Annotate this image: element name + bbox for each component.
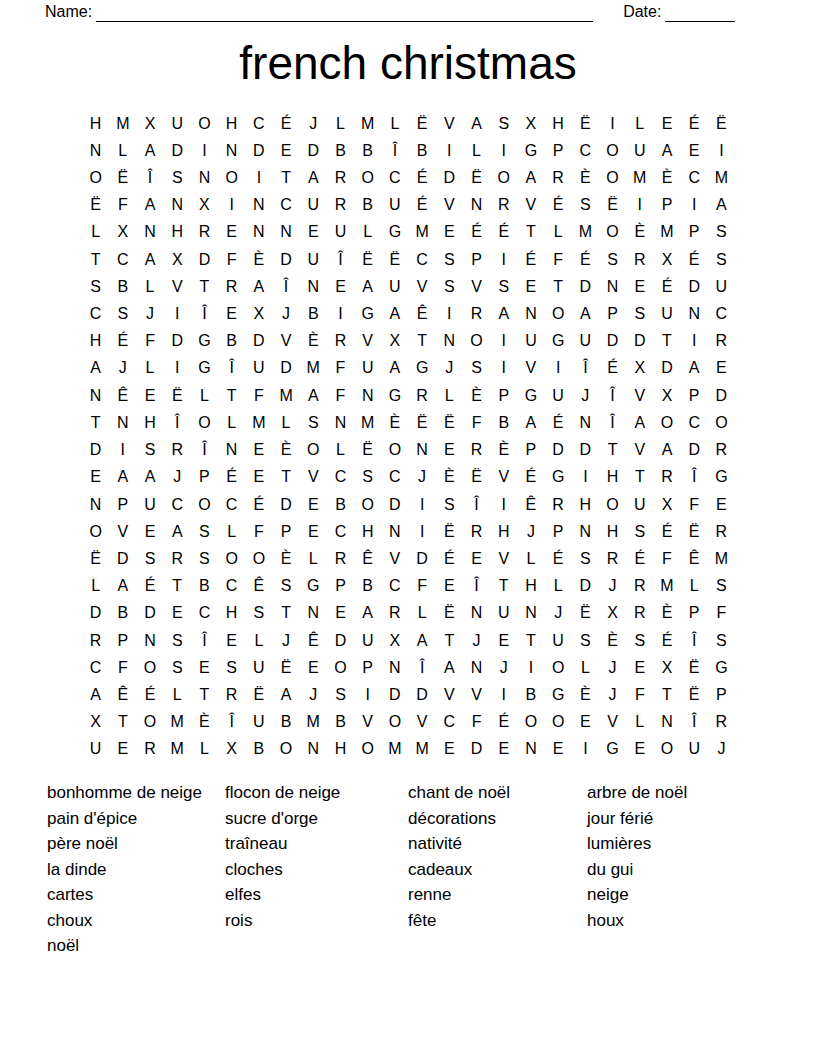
grid-cell: I <box>490 328 517 355</box>
grid-cell: N <box>164 192 191 219</box>
grid-cell: R <box>327 328 354 355</box>
grid-cell: É <box>517 246 544 273</box>
grid-cell: É <box>653 518 680 545</box>
grid-cell: D <box>463 736 490 763</box>
grid-cell: R <box>545 164 572 191</box>
grid-cell: Ê <box>409 300 436 327</box>
grid-cell: E <box>436 437 463 464</box>
grid-cell: L <box>327 437 354 464</box>
grid-cell: Î <box>681 709 708 736</box>
grid-cell: Ë <box>708 110 735 137</box>
grid-cell: O <box>191 409 218 436</box>
grid-cell: V <box>490 464 517 491</box>
grid-cell: S <box>136 545 163 572</box>
grid-cell: C <box>218 573 245 600</box>
grid-cell: È <box>626 219 653 246</box>
grid-cell: U <box>354 355 381 382</box>
grid-cell: D <box>681 273 708 300</box>
grid-cell: G <box>409 355 436 382</box>
grid-cell: S <box>436 246 463 273</box>
word-item: choux <box>47 908 225 934</box>
grid-cell: L <box>164 681 191 708</box>
grid-cell: O <box>191 491 218 518</box>
grid-cell: A <box>517 409 544 436</box>
grid-cell: M <box>164 736 191 763</box>
grid-cell: A <box>409 627 436 654</box>
grid-cell: I <box>599 110 626 137</box>
grid-cell: X <box>381 328 408 355</box>
grid-cell: Î <box>599 409 626 436</box>
grid-cell: L <box>218 409 245 436</box>
grid-cell: Î <box>681 627 708 654</box>
grid-cell: J <box>136 300 163 327</box>
grid-cell: E <box>300 654 327 681</box>
grid-cell: I <box>681 328 708 355</box>
grid-cell: F <box>653 545 680 572</box>
grid-cell: A <box>300 164 327 191</box>
grid-cell: A <box>681 355 708 382</box>
grid-cell: T <box>272 600 299 627</box>
grid-cell: C <box>272 192 299 219</box>
grid-cell: S <box>136 437 163 464</box>
grid-cell: M <box>409 219 436 246</box>
grid-cell: E <box>136 518 163 545</box>
worksheet-page: Name: Date: french christmas HMXUOHCÉJLM… <box>0 0 816 1056</box>
grid-cell: R <box>164 545 191 572</box>
word-item: père noël <box>47 831 225 857</box>
grid-cell: Ê <box>245 573 272 600</box>
grid-cell: U <box>381 273 408 300</box>
grid-cell: B <box>272 709 299 736</box>
grid-cell: A <box>82 355 109 382</box>
grid-cell: R <box>463 437 490 464</box>
grid-cell: B <box>517 681 544 708</box>
grid-cell: R <box>463 518 490 545</box>
grid-cell: B <box>354 192 381 219</box>
grid-cell: C <box>436 709 463 736</box>
grid-cell: V <box>354 328 381 355</box>
grid-cell: D <box>245 328 272 355</box>
grid-cell: R <box>653 464 680 491</box>
grid-cell: M <box>245 409 272 436</box>
grid-cell: N <box>653 709 680 736</box>
grid-cell: L <box>327 110 354 137</box>
grid-cell: I <box>517 654 544 681</box>
grid-cell: X <box>599 600 626 627</box>
grid-cell: G <box>599 736 626 763</box>
grid-cell: Ë <box>681 681 708 708</box>
grid-cell: Ê <box>681 545 708 572</box>
grid-cell: I <box>409 491 436 518</box>
grid-cell: R <box>626 246 653 273</box>
grid-cell: A <box>653 437 680 464</box>
grid-cell: X <box>653 382 680 409</box>
grid-cell: G <box>191 355 218 382</box>
grid-cell: T <box>218 382 245 409</box>
grid-cell: Ë <box>82 192 109 219</box>
grid-cell: N <box>463 600 490 627</box>
grid-cell: D <box>653 355 680 382</box>
grid-cell: Ë <box>82 545 109 572</box>
grid-cell: O <box>599 219 626 246</box>
grid-cell: G <box>545 681 572 708</box>
grid-cell: R <box>218 273 245 300</box>
grid-cell: B <box>409 137 436 164</box>
grid-cell: V <box>490 545 517 572</box>
grid-cell: U <box>381 192 408 219</box>
grid-cell: É <box>545 192 572 219</box>
grid-cell: R <box>409 382 436 409</box>
grid-cell: H <box>490 518 517 545</box>
grid-cell: H <box>136 409 163 436</box>
grid-cell: M <box>653 573 680 600</box>
grid-cell: S <box>164 654 191 681</box>
grid-cell: E <box>517 273 544 300</box>
date-blank-line <box>665 4 735 22</box>
grid-cell: N <box>82 382 109 409</box>
grid-cell: L <box>626 110 653 137</box>
grid-cell: N <box>136 219 163 246</box>
grid-cell: Ê <box>109 681 136 708</box>
grid-cell: O <box>545 300 572 327</box>
grid-cell: É <box>136 573 163 600</box>
grid-cell: R <box>545 491 572 518</box>
grid-cell: J <box>599 681 626 708</box>
grid-cell: U <box>517 328 544 355</box>
grid-cell: E <box>245 464 272 491</box>
grid-cell: T <box>653 681 680 708</box>
grid-cell: O <box>517 709 544 736</box>
grid-cell: D <box>599 328 626 355</box>
grid-cell: U <box>708 273 735 300</box>
grid-cell: C <box>82 300 109 327</box>
grid-cell: B <box>191 573 218 600</box>
grid-cell: E <box>300 219 327 246</box>
grid-cell: G <box>517 137 544 164</box>
grid-cell: P <box>354 654 381 681</box>
grid-cell: I <box>545 355 572 382</box>
grid-cell: H <box>599 518 626 545</box>
grid-cell: Î <box>191 627 218 654</box>
grid-cell: É <box>409 164 436 191</box>
grid-cell: A <box>517 164 544 191</box>
grid-cell: S <box>245 600 272 627</box>
grid-cell: T <box>82 246 109 273</box>
word-item: du gui <box>587 857 767 883</box>
grid-cell: A <box>136 192 163 219</box>
grid-cell: F <box>681 491 708 518</box>
grid-cell: D <box>82 600 109 627</box>
grid-cell: Î <box>572 355 599 382</box>
grid-cell: A <box>272 681 299 708</box>
word-item: bonhomme de neige <box>47 780 225 806</box>
grid-cell: P <box>109 627 136 654</box>
grid-cell: B <box>490 409 517 436</box>
grid-cell: Ë <box>354 437 381 464</box>
grid-cell: È <box>245 246 272 273</box>
grid-cell: O <box>354 736 381 763</box>
grid-cell: O <box>653 736 680 763</box>
grid-cell: O <box>599 491 626 518</box>
grid-cell: P <box>463 246 490 273</box>
grid-cell: O <box>653 409 680 436</box>
grid-cell: N <box>572 409 599 436</box>
grid-cell: J <box>300 681 327 708</box>
grid-cell: C <box>218 491 245 518</box>
grid-cell: U <box>82 736 109 763</box>
grid-cell: R <box>164 437 191 464</box>
grid-cell: E <box>708 491 735 518</box>
grid-cell: È <box>191 709 218 736</box>
grid-cell: L <box>136 273 163 300</box>
grid-cell: V <box>463 273 490 300</box>
grid-cell: U <box>164 110 191 137</box>
grid-cell: È <box>436 464 463 491</box>
grid-cell: D <box>436 164 463 191</box>
grid-cell: Ë <box>109 164 136 191</box>
word-item: cadeaux <box>408 857 587 883</box>
grid-cell: Î <box>218 709 245 736</box>
grid-cell: B <box>354 137 381 164</box>
grid-cell: R <box>626 600 653 627</box>
grid-cell: A <box>82 681 109 708</box>
grid-cell: D <box>572 573 599 600</box>
grid-cell: É <box>545 409 572 436</box>
grid-cell: U <box>681 736 708 763</box>
grid-cell: P <box>599 300 626 327</box>
grid-cell: S <box>490 110 517 137</box>
grid-cell: O <box>708 409 735 436</box>
grid-cell: V <box>599 709 626 736</box>
grid-cell: T <box>517 219 544 246</box>
grid-cell: È <box>599 627 626 654</box>
grid-cell: B <box>327 137 354 164</box>
grid-cell: I <box>409 518 436 545</box>
grid-cell: J <box>517 518 544 545</box>
grid-cell: S <box>164 627 191 654</box>
grid-cell: T <box>409 328 436 355</box>
grid-cell: E <box>164 600 191 627</box>
word-item: cloches <box>225 857 408 883</box>
grid-cell: Î <box>381 137 408 164</box>
puzzle-title: french christmas <box>0 36 816 90</box>
grid-cell: D <box>82 437 109 464</box>
grid-cell: I <box>245 164 272 191</box>
grid-cell: O <box>354 164 381 191</box>
grid-cell: N <box>82 491 109 518</box>
grid-cell: P <box>327 573 354 600</box>
grid-cell: È <box>653 164 680 191</box>
word-column: arbre de noëljour fériélumièresdu guinei… <box>587 780 767 959</box>
grid-cell: T <box>82 409 109 436</box>
grid-cell: G <box>708 464 735 491</box>
grid-cell: C <box>381 164 408 191</box>
grid-cell: S <box>626 627 653 654</box>
grid-cell: S <box>572 627 599 654</box>
grid-cell: O <box>545 709 572 736</box>
grid-cell: M <box>708 545 735 572</box>
grid-cell: R <box>327 545 354 572</box>
grid-cell: A <box>136 137 163 164</box>
grid-cell: J <box>490 654 517 681</box>
grid-cell: A <box>653 137 680 164</box>
grid-cell: V <box>109 518 136 545</box>
grid-cell: O <box>136 654 163 681</box>
grid-cell: N <box>572 518 599 545</box>
word-item: jour férié <box>587 806 767 832</box>
grid-cell: B <box>245 736 272 763</box>
grid-cell: D <box>708 382 735 409</box>
grid-cell: E <box>436 573 463 600</box>
grid-cell: T <box>164 573 191 600</box>
grid-cell: C <box>327 464 354 491</box>
grid-cell: V <box>436 192 463 219</box>
grid-cell: J <box>599 654 626 681</box>
grid-cell: F <box>245 382 272 409</box>
grid-cell: R <box>708 709 735 736</box>
grid-cell: O <box>490 164 517 191</box>
grid-cell: Î <box>681 464 708 491</box>
grid-cell: É <box>109 328 136 355</box>
grid-cell: L <box>381 110 408 137</box>
grid-cell: R <box>626 573 653 600</box>
grid-cell: T <box>272 164 299 191</box>
grid-cell: L <box>245 627 272 654</box>
grid-cell: X <box>626 355 653 382</box>
grid-cell: N <box>327 409 354 436</box>
grid-cell: T <box>191 681 218 708</box>
grid-cell: S <box>463 355 490 382</box>
grid-cell: C <box>164 491 191 518</box>
grid-cell: J <box>272 300 299 327</box>
grid-cell: N <box>681 300 708 327</box>
grid-cell: M <box>409 736 436 763</box>
grid-cell: T <box>109 709 136 736</box>
grid-cell: C <box>409 246 436 273</box>
grid-cell: D <box>327 627 354 654</box>
grid-cell: E <box>218 300 245 327</box>
word-item: traîneau <box>225 831 408 857</box>
grid-cell: S <box>218 654 245 681</box>
grid-cell: Ë <box>436 518 463 545</box>
grid-cell: Ë <box>572 600 599 627</box>
grid-cell: G <box>191 328 218 355</box>
grid-cell: G <box>517 382 544 409</box>
grid-cell: P <box>681 219 708 246</box>
grid-cell: I <box>218 192 245 219</box>
grid-cell: X <box>218 736 245 763</box>
grid-cell: I <box>354 681 381 708</box>
grid-cell: É <box>436 545 463 572</box>
grid-cell: E <box>218 627 245 654</box>
grid-cell: J <box>436 355 463 382</box>
grid-cell: S <box>82 273 109 300</box>
grid-cell: N <box>436 328 463 355</box>
grid-cell: È <box>572 164 599 191</box>
grid-cell: F <box>109 654 136 681</box>
grid-cell: X <box>517 110 544 137</box>
name-blank-line <box>96 4 593 22</box>
grid-cell: N <box>463 192 490 219</box>
grid-cell: Î <box>136 164 163 191</box>
grid-cell: D <box>245 137 272 164</box>
grid-cell: É <box>490 219 517 246</box>
grid-cell: M <box>653 219 680 246</box>
grid-cell: G <box>545 464 572 491</box>
grid-cell: I <box>708 137 735 164</box>
grid-cell: A <box>136 464 163 491</box>
grid-cell: Ë <box>681 654 708 681</box>
grid-cell: Î <box>463 491 490 518</box>
grid-cell: D <box>272 246 299 273</box>
grid-cell: E <box>708 355 735 382</box>
grid-cell: T <box>436 627 463 654</box>
grid-cell: N <box>218 437 245 464</box>
grid-cell: D <box>381 681 408 708</box>
grid-cell: A <box>245 273 272 300</box>
word-item: flocon de neige <box>225 780 408 806</box>
grid-cell: N <box>409 437 436 464</box>
grid-cell: P <box>191 464 218 491</box>
grid-cell: M <box>300 709 327 736</box>
grid-cell: E <box>109 736 136 763</box>
grid-cell: R <box>463 300 490 327</box>
grid-cell: X <box>191 192 218 219</box>
grid-cell: O <box>218 164 245 191</box>
grid-cell: E <box>136 382 163 409</box>
word-item: arbre de noël <box>587 780 767 806</box>
grid-cell: Î <box>272 273 299 300</box>
grid-cell: A <box>708 192 735 219</box>
grid-cell: E <box>490 736 517 763</box>
grid-cell: N <box>517 600 544 627</box>
grid-cell: G <box>708 654 735 681</box>
grid-cell: D <box>164 137 191 164</box>
word-item: noël <box>47 933 225 959</box>
grid-cell: P <box>653 192 680 219</box>
grid-cell: H <box>164 219 191 246</box>
word-item: décorations <box>408 806 587 832</box>
grid-cell: Î <box>463 573 490 600</box>
grid-cell: E <box>327 273 354 300</box>
grid-cell: L <box>354 219 381 246</box>
grid-cell: E <box>626 654 653 681</box>
grid-cell: E <box>218 219 245 246</box>
grid-cell: V <box>517 192 544 219</box>
grid-cell: X <box>653 491 680 518</box>
grid-cell: Ë <box>354 246 381 273</box>
grid-cell: V <box>409 709 436 736</box>
grid-cell: F <box>109 192 136 219</box>
word-item: renne <box>408 882 587 908</box>
grid-cell: Ë <box>463 464 490 491</box>
grid-cell: O <box>245 545 272 572</box>
grid-cell: S <box>191 518 218 545</box>
grid-cell: Ê <box>300 627 327 654</box>
grid-cell: M <box>626 164 653 191</box>
grid-cell: N <box>272 219 299 246</box>
grid-cell: R <box>708 518 735 545</box>
grid-cell: C <box>681 409 708 436</box>
grid-cell: A <box>490 300 517 327</box>
grid-cell: Ë <box>409 110 436 137</box>
grid-cell: Ë <box>681 518 708 545</box>
grid-cell: D <box>626 328 653 355</box>
grid-cell: H <box>545 110 572 137</box>
grid-cell: A <box>381 355 408 382</box>
grid-cell: H <box>572 491 599 518</box>
grid-cell: U <box>545 627 572 654</box>
